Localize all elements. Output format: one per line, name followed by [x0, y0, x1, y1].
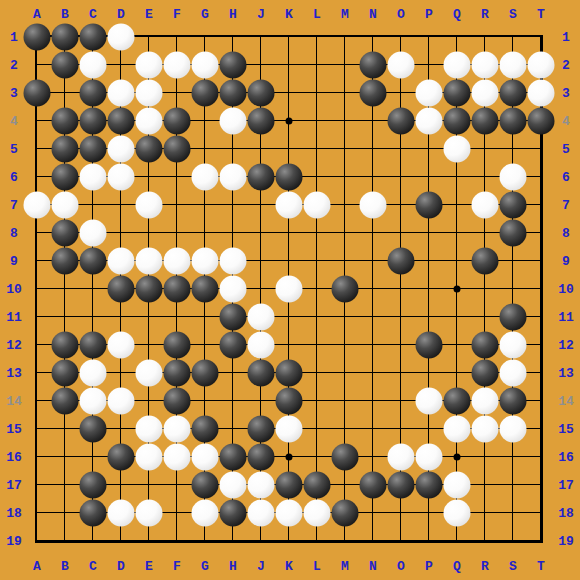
black-stone-H3 [220, 80, 247, 107]
black-stone-B5 [52, 136, 79, 163]
row-label-left: 10 [6, 283, 22, 296]
column-label-bottom: B [61, 560, 69, 573]
white-stone-P16 [416, 444, 443, 471]
black-stone-H16 [220, 444, 247, 471]
row-label-right: 13 [558, 367, 574, 380]
black-stone-C9 [80, 248, 107, 275]
row-label-right: 10 [558, 283, 574, 296]
row-label-left: 1 [10, 31, 18, 44]
black-stone-S3 [500, 80, 527, 107]
row-label-right: 2 [562, 59, 570, 72]
row-label-left: 4 [10, 115, 18, 128]
column-label-top: G [201, 8, 209, 21]
white-stone-R14 [472, 388, 499, 415]
column-label-bottom: O [397, 560, 405, 573]
black-stone-G15 [192, 416, 219, 443]
column-label-top: F [173, 8, 181, 21]
black-stone-G17 [192, 472, 219, 499]
star-point-Q10 [454, 286, 461, 293]
row-label-right: 12 [558, 339, 574, 352]
row-label-left: 19 [6, 535, 22, 548]
column-label-top: B [61, 8, 69, 21]
white-stone-R2 [472, 52, 499, 79]
black-stone-F14 [164, 388, 191, 415]
column-label-top: Q [453, 8, 461, 21]
black-stone-R12 [472, 332, 499, 359]
star-point-Q16 [454, 454, 461, 461]
black-stone-M18 [332, 500, 359, 527]
white-stone-K7 [276, 192, 303, 219]
black-stone-C18 [80, 500, 107, 527]
black-stone-S7 [500, 192, 527, 219]
black-stone-J3 [248, 80, 275, 107]
column-label-bottom: G [201, 560, 209, 573]
white-stone-J12 [248, 332, 275, 359]
white-stone-D1 [108, 24, 135, 51]
white-stone-J17 [248, 472, 275, 499]
column-label-bottom: T [537, 560, 545, 573]
white-stone-O2 [388, 52, 415, 79]
black-stone-B14 [52, 388, 79, 415]
row-label-right: 1 [562, 31, 570, 44]
black-stone-R9 [472, 248, 499, 275]
white-stone-D3 [108, 80, 135, 107]
white-stone-P14 [416, 388, 443, 415]
white-stone-C2 [80, 52, 107, 79]
row-label-left: 18 [6, 507, 22, 520]
row-label-left: 12 [6, 339, 22, 352]
black-stone-R4 [472, 108, 499, 135]
black-stone-K13 [276, 360, 303, 387]
column-label-top: A [33, 8, 41, 21]
column-label-top: E [145, 8, 153, 21]
go-app: { "game": "go", "board_size": 19, "posit… [0, 0, 580, 580]
black-stone-O17 [388, 472, 415, 499]
row-label-right: 18 [558, 507, 574, 520]
white-stone-H17 [220, 472, 247, 499]
black-stone-M16 [332, 444, 359, 471]
column-label-bottom: D [117, 560, 125, 573]
black-stone-O9 [388, 248, 415, 275]
row-label-right: 16 [558, 451, 574, 464]
black-stone-B6 [52, 164, 79, 191]
row-label-right: 6 [562, 171, 570, 184]
white-stone-A7 [24, 192, 51, 219]
row-label-left: 2 [10, 59, 18, 72]
black-stone-C15 [80, 416, 107, 443]
black-stone-Q4 [444, 108, 471, 135]
black-stone-M10 [332, 276, 359, 303]
row-label-right: 3 [562, 87, 570, 100]
white-stone-R3 [472, 80, 499, 107]
black-stone-F12 [164, 332, 191, 359]
black-stone-A1 [24, 24, 51, 51]
column-label-top: T [537, 8, 545, 21]
black-stone-D10 [108, 276, 135, 303]
white-stone-Q5 [444, 136, 471, 163]
row-label-left: 9 [10, 255, 18, 268]
white-stone-F16 [164, 444, 191, 471]
black-stone-G3 [192, 80, 219, 107]
row-label-left: 3 [10, 87, 18, 100]
row-label-right: 4 [562, 115, 570, 128]
column-label-bottom: P [425, 560, 433, 573]
black-stone-Q3 [444, 80, 471, 107]
white-stone-E4 [136, 108, 163, 135]
white-stone-P3 [416, 80, 443, 107]
column-label-top: M [341, 8, 349, 21]
column-label-top: P [425, 8, 433, 21]
black-stone-C4 [80, 108, 107, 135]
black-stone-B8 [52, 220, 79, 247]
black-stone-F5 [164, 136, 191, 163]
black-stone-C12 [80, 332, 107, 359]
white-stone-E7 [136, 192, 163, 219]
row-label-right: 14 [558, 395, 574, 408]
black-stone-J15 [248, 416, 275, 443]
column-label-bottom: Q [453, 560, 461, 573]
black-stone-H11 [220, 304, 247, 331]
star-point-K4 [286, 118, 293, 125]
white-stone-S13 [500, 360, 527, 387]
black-stone-J16 [248, 444, 275, 471]
black-stone-P7 [416, 192, 443, 219]
white-stone-F9 [164, 248, 191, 275]
row-label-right: 15 [558, 423, 574, 436]
column-label-top: D [117, 8, 125, 21]
column-label-top: H [229, 8, 237, 21]
column-label-top: K [285, 8, 293, 21]
white-stone-N7 [360, 192, 387, 219]
column-label-top: N [369, 8, 377, 21]
row-label-right: 11 [558, 311, 574, 324]
column-label-bottom: L [313, 560, 321, 573]
white-stone-Q15 [444, 416, 471, 443]
white-stone-D14 [108, 388, 135, 415]
black-stone-C5 [80, 136, 107, 163]
column-label-top: L [313, 8, 321, 21]
row-label-right: 7 [562, 199, 570, 212]
row-label-left: 15 [6, 423, 22, 436]
white-stone-D18 [108, 500, 135, 527]
row-label-left: 16 [6, 451, 22, 464]
white-stone-D6 [108, 164, 135, 191]
white-stone-F15 [164, 416, 191, 443]
white-stone-Q18 [444, 500, 471, 527]
white-stone-T3 [528, 80, 555, 107]
white-stone-G6 [192, 164, 219, 191]
row-label-left: 8 [10, 227, 18, 240]
white-stone-K15 [276, 416, 303, 443]
black-stone-B2 [52, 52, 79, 79]
white-stone-S12 [500, 332, 527, 359]
white-stone-R15 [472, 416, 499, 443]
white-stone-C14 [80, 388, 107, 415]
black-stone-C17 [80, 472, 107, 499]
column-label-top: O [397, 8, 405, 21]
column-label-top: J [257, 8, 265, 21]
white-stone-D5 [108, 136, 135, 163]
white-stone-H10 [220, 276, 247, 303]
column-label-top: R [481, 8, 489, 21]
black-stone-P17 [416, 472, 443, 499]
white-stone-D12 [108, 332, 135, 359]
black-stone-J6 [248, 164, 275, 191]
white-stone-R7 [472, 192, 499, 219]
row-label-left: 5 [10, 143, 18, 156]
column-label-top: C [89, 8, 97, 21]
white-stone-L7 [304, 192, 331, 219]
white-stone-C13 [80, 360, 107, 387]
black-stone-J13 [248, 360, 275, 387]
black-stone-C3 [80, 80, 107, 107]
black-stone-T4 [528, 108, 555, 135]
row-label-left: 6 [10, 171, 18, 184]
column-label-bottom: R [481, 560, 489, 573]
row-label-right: 9 [562, 255, 570, 268]
white-stone-G2 [192, 52, 219, 79]
column-label-bottom: J [257, 560, 265, 573]
white-stone-H4 [220, 108, 247, 135]
black-stone-A3 [24, 80, 51, 107]
black-stone-G13 [192, 360, 219, 387]
white-stone-E2 [136, 52, 163, 79]
white-stone-E15 [136, 416, 163, 443]
black-stone-B1 [52, 24, 79, 51]
column-label-top: S [509, 8, 517, 21]
black-stone-D4 [108, 108, 135, 135]
white-stone-G16 [192, 444, 219, 471]
column-label-bottom: K [285, 560, 293, 573]
white-stone-L18 [304, 500, 331, 527]
black-stone-H2 [220, 52, 247, 79]
row-label-right: 17 [558, 479, 574, 492]
white-stone-D9 [108, 248, 135, 275]
black-stone-S8 [500, 220, 527, 247]
column-label-bottom: H [229, 560, 237, 573]
row-label-left: 11 [6, 311, 22, 324]
black-stone-F4 [164, 108, 191, 135]
black-stone-H18 [220, 500, 247, 527]
white-stone-J11 [248, 304, 275, 331]
black-stone-N3 [360, 80, 387, 107]
black-stone-D16 [108, 444, 135, 471]
white-stone-F2 [164, 52, 191, 79]
black-stone-P12 [416, 332, 443, 359]
row-label-left: 17 [6, 479, 22, 492]
row-label-left: 13 [6, 367, 22, 380]
black-stone-K17 [276, 472, 303, 499]
row-label-right: 8 [562, 227, 570, 240]
black-stone-B13 [52, 360, 79, 387]
column-label-bottom: C [89, 560, 97, 573]
white-stone-S15 [500, 416, 527, 443]
black-stone-K6 [276, 164, 303, 191]
column-label-bottom: S [509, 560, 517, 573]
white-stone-T2 [528, 52, 555, 79]
black-stone-N2 [360, 52, 387, 79]
white-stone-E3 [136, 80, 163, 107]
column-label-bottom: N [369, 560, 377, 573]
white-stone-C8 [80, 220, 107, 247]
black-stone-O4 [388, 108, 415, 135]
white-stone-B7 [52, 192, 79, 219]
black-stone-S11 [500, 304, 527, 331]
white-stone-H9 [220, 248, 247, 275]
white-stone-E18 [136, 500, 163, 527]
row-label-left: 14 [6, 395, 22, 408]
column-label-bottom: M [341, 560, 349, 573]
black-stone-B12 [52, 332, 79, 359]
white-stone-E13 [136, 360, 163, 387]
white-stone-J18 [248, 500, 275, 527]
column-label-bottom: E [145, 560, 153, 573]
black-stone-B4 [52, 108, 79, 135]
white-stone-C6 [80, 164, 107, 191]
black-stone-S14 [500, 388, 527, 415]
white-stone-O16 [388, 444, 415, 471]
black-stone-J4 [248, 108, 275, 135]
black-stone-C1 [80, 24, 107, 51]
row-label-right: 19 [558, 535, 574, 548]
black-stone-F13 [164, 360, 191, 387]
white-stone-Q2 [444, 52, 471, 79]
black-stone-F10 [164, 276, 191, 303]
black-stone-E5 [136, 136, 163, 163]
white-stone-K10 [276, 276, 303, 303]
black-stone-H12 [220, 332, 247, 359]
black-stone-G10 [192, 276, 219, 303]
white-stone-Q17 [444, 472, 471, 499]
white-stone-G9 [192, 248, 219, 275]
white-stone-G18 [192, 500, 219, 527]
black-stone-S4 [500, 108, 527, 135]
star-point-K16 [286, 454, 293, 461]
column-label-bottom: F [173, 560, 181, 573]
black-stone-K14 [276, 388, 303, 415]
black-stone-B9 [52, 248, 79, 275]
white-stone-K18 [276, 500, 303, 527]
white-stone-P4 [416, 108, 443, 135]
black-stone-N17 [360, 472, 387, 499]
white-stone-E16 [136, 444, 163, 471]
column-label-bottom: A [33, 560, 41, 573]
white-stone-S2 [500, 52, 527, 79]
white-stone-E9 [136, 248, 163, 275]
black-stone-E10 [136, 276, 163, 303]
white-stone-H6 [220, 164, 247, 191]
black-stone-Q14 [444, 388, 471, 415]
go-board[interactable]: AABBCCDDEEFFGGHHJJKKLLMMNNOOPPQQRRSSTT11… [0, 0, 580, 580]
black-stone-L17 [304, 472, 331, 499]
row-label-right: 5 [562, 143, 570, 156]
black-stone-R13 [472, 360, 499, 387]
white-stone-S6 [500, 164, 527, 191]
row-label-left: 7 [10, 199, 18, 212]
